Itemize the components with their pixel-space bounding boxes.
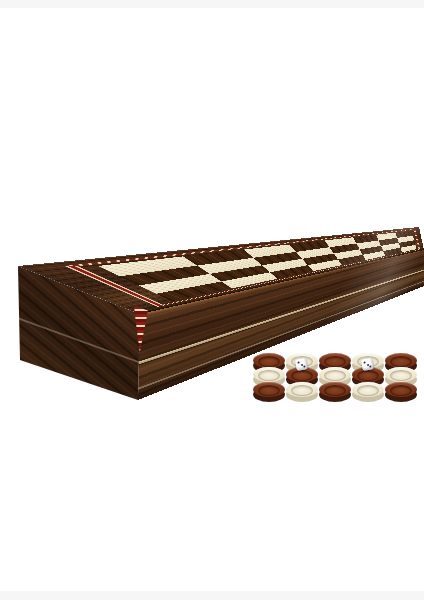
- checker-brown-r1c1: [286, 367, 318, 387]
- checker-recess-ring: [357, 385, 379, 396]
- checker-side: [253, 358, 285, 373]
- checker-side: [352, 387, 384, 402]
- checker-brown-r1c3: [352, 367, 384, 387]
- checker-side: [319, 358, 351, 373]
- checker-top: [352, 353, 384, 368]
- checker-recess-ring: [390, 385, 412, 396]
- checker-top: [286, 382, 318, 397]
- checker-top: [385, 353, 417, 368]
- checker-side: [286, 387, 318, 402]
- checker-top: [253, 353, 285, 368]
- checker-top: [253, 367, 285, 382]
- checker-side: [286, 372, 318, 387]
- checker-recess-ring: [324, 356, 346, 367]
- checker-brown-r2c4: [385, 382, 417, 402]
- checker-recess-ring: [357, 370, 379, 381]
- checker-top: [385, 382, 417, 397]
- checker-recess-ring: [291, 370, 313, 381]
- checker-recess-ring: [291, 356, 313, 367]
- checker-brown-r0c2: [319, 353, 351, 373]
- lid-seam-left: [19, 318, 139, 363]
- die-pip: [369, 365, 371, 367]
- page-bottom-band: [0, 591, 424, 600]
- checker-white-r0c3: [352, 353, 384, 373]
- product-photo-stage: [0, 0, 424, 600]
- checker-side: [385, 372, 417, 387]
- checker-white-r0c1: [286, 353, 318, 373]
- checker-recess-ring: [324, 370, 346, 381]
- checker-top: [286, 367, 318, 382]
- checker-brown-r2c2: [319, 382, 351, 402]
- checker-white-r1c2: [319, 367, 351, 387]
- checker-top: [352, 367, 384, 382]
- checker-top: [253, 382, 285, 397]
- die-pip: [300, 363, 302, 365]
- checker-recess-ring: [258, 385, 280, 396]
- checker-side: [253, 387, 285, 402]
- checker-side: [385, 358, 417, 373]
- checker-brown-r0c0: [253, 353, 285, 373]
- die-right: [361, 358, 374, 371]
- die-pip: [297, 361, 299, 363]
- checker-side: [385, 387, 417, 402]
- checker-top: [319, 382, 351, 397]
- checker-recess-ring: [324, 385, 346, 396]
- checker-recess-ring: [390, 370, 412, 381]
- die-pip: [363, 361, 365, 363]
- checker-top: [319, 367, 351, 382]
- die-pip: [303, 365, 305, 367]
- checker-side: [352, 358, 384, 373]
- checker-brown-r0c4: [385, 353, 417, 373]
- checker-white-r2c3: [352, 382, 384, 402]
- checker-white-r2c1: [286, 382, 318, 402]
- checker-recess-ring: [258, 370, 280, 381]
- checker-brown-r2c0: [253, 382, 285, 402]
- checker-top: [286, 353, 318, 368]
- checker-side: [319, 387, 351, 402]
- checker-side: [286, 358, 318, 373]
- checker-top: [319, 353, 351, 368]
- checker-white-r1c4: [385, 367, 417, 387]
- page-top-band: [0, 0, 424, 8]
- checker-side: [319, 372, 351, 387]
- checker-recess-ring: [357, 356, 379, 367]
- die-left: [295, 358, 308, 371]
- checker-side: [253, 372, 285, 387]
- checker-recess-ring: [258, 356, 280, 367]
- checker-recess-ring: [390, 356, 412, 367]
- checker-side: [352, 372, 384, 387]
- checker-white-r1c0: [253, 367, 285, 387]
- checker-top: [385, 367, 417, 382]
- die-pip: [366, 363, 368, 365]
- checker-recess-ring: [291, 385, 313, 396]
- checker-top: [352, 382, 384, 397]
